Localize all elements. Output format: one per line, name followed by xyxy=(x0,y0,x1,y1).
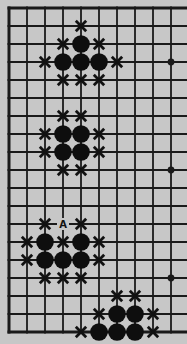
point-label-a: A xyxy=(59,219,67,230)
black-stone xyxy=(72,233,90,251)
black-stone xyxy=(54,143,72,161)
black-stone xyxy=(90,323,108,341)
star-point xyxy=(168,59,175,66)
black-stone xyxy=(54,125,72,143)
go-diagram: A xyxy=(0,0,187,344)
black-stone xyxy=(36,233,54,251)
go-board[interactable]: A xyxy=(0,0,187,344)
black-stone xyxy=(108,323,126,341)
black-stone xyxy=(126,305,144,323)
black-stone xyxy=(72,143,90,161)
black-stone xyxy=(72,125,90,143)
black-stone xyxy=(90,53,108,71)
black-stone xyxy=(54,53,72,71)
black-stone xyxy=(72,35,90,53)
black-stone xyxy=(126,323,144,341)
black-stone xyxy=(72,53,90,71)
black-stone xyxy=(72,251,90,269)
board-background xyxy=(0,0,187,344)
black-stone xyxy=(54,251,72,269)
black-stone xyxy=(108,305,126,323)
star-point xyxy=(168,167,175,174)
star-point xyxy=(168,275,175,282)
black-stone xyxy=(36,251,54,269)
